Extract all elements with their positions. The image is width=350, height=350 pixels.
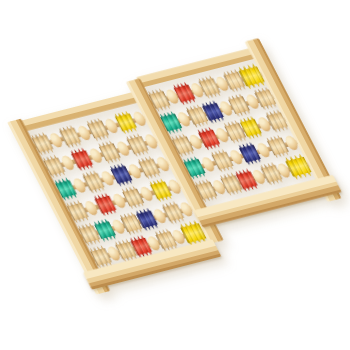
product-photo-white-background xyxy=(0,0,350,350)
foot-massage-roller xyxy=(8,57,350,307)
